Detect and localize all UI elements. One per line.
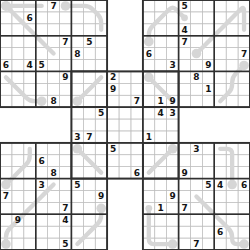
cell-r19-c16[interactable]: [179, 214, 191, 226]
cell-r3-c5[interactable]: [48, 24, 60, 36]
cell-r16-c9[interactable]: [95, 179, 107, 191]
cell-r2-c17[interactable]: [190, 12, 202, 24]
cell-r14-c9[interactable]: [95, 155, 107, 167]
cell-r9-c14[interactable]: 1: [155, 95, 167, 107]
cell-r11-c11[interactable]: [119, 119, 131, 131]
cell-r8-c10[interactable]: 9: [107, 83, 119, 95]
cell-r16-c6[interactable]: [60, 179, 72, 191]
cell-r9-c2[interactable]: [12, 95, 24, 107]
cell-r14-c6[interactable]: [60, 155, 72, 167]
cell-r1-c19[interactable]: [214, 0, 226, 12]
cell-r12-c15[interactable]: [167, 131, 179, 143]
cell-r15-c4[interactable]: [36, 167, 48, 179]
cell-r20-c21[interactable]: [238, 226, 250, 238]
cell-r12-c9[interactable]: [95, 131, 107, 143]
cell-r16-c15[interactable]: [167, 179, 179, 191]
cell-r20-c16[interactable]: [179, 226, 191, 238]
cell-r9-c8[interactable]: [83, 95, 95, 107]
cell-r6-c2[interactable]: [12, 60, 24, 72]
cell-r9-c11[interactable]: [119, 95, 131, 107]
cell-r13-c19[interactable]: [214, 143, 226, 155]
cell-r3-c4[interactable]: [36, 24, 48, 36]
cell-r4-c14[interactable]: [155, 36, 167, 48]
cell-r5-c3[interactable]: [24, 48, 36, 60]
cell-r7-c5[interactable]: [48, 71, 60, 83]
cell-r10-c14[interactable]: 4: [155, 107, 167, 119]
cell-r18-c9[interactable]: [95, 202, 107, 214]
cell-r15-c20[interactable]: [226, 167, 238, 179]
cell-r21-c15[interactable]: [167, 238, 179, 250]
cell-r10-c12[interactable]: [131, 107, 143, 119]
cell-r10-c9[interactable]: 5: [95, 107, 107, 119]
cell-r17-c1[interactable]: 7: [0, 190, 12, 202]
cell-r5-c16[interactable]: [179, 48, 191, 60]
cell-r13-c17[interactable]: 3: [190, 143, 202, 155]
cell-r15-c18[interactable]: [202, 167, 214, 179]
cell-r6-c20[interactable]: [226, 60, 238, 72]
cell-r16-c14[interactable]: [155, 179, 167, 191]
cell-r2-c15[interactable]: [167, 12, 179, 24]
cell-r8-c6[interactable]: [60, 83, 72, 95]
cell-r16-c8[interactable]: [83, 179, 95, 191]
cell-r17-c18[interactable]: [202, 190, 214, 202]
cell-r1-c8[interactable]: [83, 0, 95, 12]
cell-r18-c19[interactable]: [214, 202, 226, 214]
cell-r17-c17[interactable]: [190, 190, 202, 202]
cell-r17-c5[interactable]: [48, 190, 60, 202]
cell-r16-c20[interactable]: [226, 179, 238, 191]
cell-r2-c21[interactable]: [238, 12, 250, 24]
cell-r16-c7[interactable]: 5: [71, 179, 83, 191]
cell-r11-c10[interactable]: [107, 119, 119, 131]
cell-r15-c3[interactable]: [24, 167, 36, 179]
cell-r5-c5[interactable]: [48, 48, 60, 60]
cell-r21-c20[interactable]: [226, 238, 238, 250]
cell-r17-c3[interactable]: [24, 190, 36, 202]
cell-r16-c16[interactable]: [179, 179, 191, 191]
cell-r17-c15[interactable]: 9: [167, 190, 179, 202]
cell-r7-c11[interactable]: [119, 71, 131, 83]
cell-r1-c20[interactable]: [226, 0, 238, 12]
cell-r13-c18[interactable]: [202, 143, 214, 155]
cell-r3-c9[interactable]: [95, 24, 107, 36]
cell-r19-c21[interactable]: [238, 214, 250, 226]
cell-r6-c4[interactable]: 5: [36, 60, 48, 72]
cell-r13-c1[interactable]: [0, 143, 12, 155]
cell-r9-c13[interactable]: [143, 95, 155, 107]
cell-r17-c14[interactable]: [155, 190, 167, 202]
cell-r14-c19[interactable]: [214, 155, 226, 167]
cell-r15-c21[interactable]: [238, 167, 250, 179]
cell-r5-c14[interactable]: [155, 48, 167, 60]
cell-r2-c9[interactable]: [95, 12, 107, 24]
cell-r5-c20[interactable]: [226, 48, 238, 60]
cell-r5-c8[interactable]: [83, 48, 95, 60]
cell-r10-c7[interactable]: [71, 107, 83, 119]
cell-r6-c7[interactable]: [71, 60, 83, 72]
cell-r21-c16[interactable]: [179, 238, 191, 250]
cell-r1-c17[interactable]: [190, 0, 202, 12]
cell-r3-c7[interactable]: [71, 24, 83, 36]
cell-r8-c16[interactable]: [179, 83, 191, 95]
cell-r4-c6[interactable]: 7: [60, 36, 72, 48]
cell-r14-c11[interactable]: [119, 155, 131, 167]
cell-r8-c8[interactable]: [83, 83, 95, 95]
cell-r18-c16[interactable]: 7: [179, 202, 191, 214]
cell-r14-c3[interactable]: [24, 155, 36, 167]
cell-r21-c3[interactable]: [24, 238, 36, 250]
cell-r1-c21[interactable]: [238, 0, 250, 12]
cell-r7-c16[interactable]: [179, 71, 191, 83]
cell-r13-c4[interactable]: [36, 143, 48, 155]
cell-r19-c9[interactable]: [95, 214, 107, 226]
cell-r13-c11[interactable]: [119, 143, 131, 155]
cell-r15-c1[interactable]: [0, 167, 12, 179]
cell-r7-c18[interactable]: [202, 71, 214, 83]
cell-r4-c9[interactable]: [95, 36, 107, 48]
cell-r3-c21[interactable]: [238, 24, 250, 36]
cell-r15-c5[interactable]: 8: [48, 167, 60, 179]
cell-r4-c21[interactable]: [238, 36, 250, 48]
cell-r8-c14[interactable]: [155, 83, 167, 95]
cell-r12-c12[interactable]: [131, 131, 143, 143]
cell-r18-c6[interactable]: 7: [60, 202, 72, 214]
cell-r2-c7[interactable]: [71, 12, 83, 24]
cell-r6-c21[interactable]: [238, 60, 250, 72]
cell-r2-c3[interactable]: 6: [24, 12, 36, 24]
cell-r4-c4[interactable]: [36, 36, 48, 48]
cell-r20-c6[interactable]: [60, 226, 72, 238]
cell-r10-c8[interactable]: [83, 107, 95, 119]
cell-r18-c4[interactable]: [36, 202, 48, 214]
cell-r20-c20[interactable]: [226, 226, 238, 238]
cell-r4-c17[interactable]: [190, 36, 202, 48]
cell-r15-c16[interactable]: 9: [179, 167, 191, 179]
cell-r15-c10[interactable]: [107, 167, 119, 179]
cell-r7-c2[interactable]: [12, 71, 24, 83]
cell-r6-c3[interactable]: 4: [24, 60, 36, 72]
cell-r18-c18[interactable]: [202, 202, 214, 214]
cell-r6-c1[interactable]: 6: [0, 60, 12, 72]
cell-r15-c12[interactable]: 6: [131, 167, 143, 179]
cell-r14-c5[interactable]: [48, 155, 60, 167]
cell-r14-c20[interactable]: [226, 155, 238, 167]
cell-r10-c15[interactable]: 3: [167, 107, 179, 119]
cell-r5-c2[interactable]: [12, 48, 24, 60]
cell-r20-c8[interactable]: [83, 226, 95, 238]
cell-r7-c4[interactable]: [36, 71, 48, 83]
cell-r8-c20[interactable]: [226, 83, 238, 95]
cell-r8-c3[interactable]: [24, 83, 36, 95]
cell-r19-c13[interactable]: [143, 214, 155, 226]
cell-r19-c20[interactable]: [226, 214, 238, 226]
cell-r19-c6[interactable]: 4: [60, 214, 72, 226]
cell-r15-c17[interactable]: [190, 167, 202, 179]
cell-r14-c18[interactable]: [202, 155, 214, 167]
cell-r13-c16[interactable]: [179, 143, 191, 155]
cell-r16-c4[interactable]: 3: [36, 179, 48, 191]
cell-r13-c3[interactable]: [24, 143, 36, 155]
cell-r21-c8[interactable]: [83, 238, 95, 250]
cell-r7-c20[interactable]: [226, 71, 238, 83]
cell-r21-c2[interactable]: [12, 238, 24, 250]
cell-r18-c5[interactable]: [48, 202, 60, 214]
cell-r19-c4[interactable]: [36, 214, 48, 226]
cell-r17-c13[interactable]: [143, 190, 155, 202]
cell-r11-c14[interactable]: [155, 119, 167, 131]
cell-r14-c13[interactable]: [143, 155, 155, 167]
cell-r7-c8[interactable]: [83, 71, 95, 83]
cell-r4-c20[interactable]: [226, 36, 238, 48]
cell-r20-c1[interactable]: [0, 226, 12, 238]
cell-r2-c8[interactable]: [83, 12, 95, 24]
cell-r2-c2[interactable]: [12, 12, 24, 24]
cell-r19-c15[interactable]: [167, 214, 179, 226]
cell-r4-c15[interactable]: [167, 36, 179, 48]
cell-r15-c7[interactable]: [71, 167, 83, 179]
cell-r4-c7[interactable]: [71, 36, 83, 48]
cell-r5-c19[interactable]: [214, 48, 226, 60]
cell-r9-c18[interactable]: [202, 95, 214, 107]
cell-r6-c13[interactable]: [143, 60, 155, 72]
cell-r1-c4[interactable]: [36, 0, 48, 12]
cell-r9-c1[interactable]: [0, 95, 12, 107]
cell-r20-c7[interactable]: [71, 226, 83, 238]
cell-r9-c6[interactable]: [60, 95, 72, 107]
cell-r13-c10[interactable]: 5: [107, 143, 119, 155]
cell-r11-c15[interactable]: [167, 119, 179, 131]
cell-r5-c17[interactable]: [190, 48, 202, 60]
cell-r21-c18[interactable]: [202, 238, 214, 250]
cell-r14-c15[interactable]: [167, 155, 179, 167]
cell-r21-c5[interactable]: [48, 238, 60, 250]
cell-r18-c3[interactable]: [24, 202, 36, 214]
cell-r20-c9[interactable]: [95, 226, 107, 238]
cell-r21-c1[interactable]: [0, 238, 12, 250]
cell-r17-c16[interactable]: [179, 190, 191, 202]
cell-r3-c2[interactable]: [12, 24, 24, 36]
cell-r20-c4[interactable]: [36, 226, 48, 238]
cell-r1-c18[interactable]: [202, 0, 214, 12]
cell-r8-c11[interactable]: [119, 83, 131, 95]
cell-r4-c8[interactable]: 5: [83, 36, 95, 48]
cell-r4-c3[interactable]: [24, 36, 36, 48]
cell-r5-c15[interactable]: [167, 48, 179, 60]
cell-r16-c21[interactable]: 6: [238, 179, 250, 191]
cell-r19-c1[interactable]: [0, 214, 12, 226]
cell-r15-c15[interactable]: [167, 167, 179, 179]
cell-r9-c7[interactable]: [71, 95, 83, 107]
cell-r17-c7[interactable]: [71, 190, 83, 202]
cell-r5-c7[interactable]: 8: [71, 48, 83, 60]
cell-r13-c5[interactable]: [48, 143, 60, 155]
cell-r9-c19[interactable]: [214, 95, 226, 107]
cell-r6-c14[interactable]: [155, 60, 167, 72]
cell-r21-c9[interactable]: [95, 238, 107, 250]
cell-r1-c6[interactable]: [60, 0, 72, 12]
cell-r4-c19[interactable]: [214, 36, 226, 48]
cell-r14-c8[interactable]: [83, 155, 95, 167]
cell-r19-c18[interactable]: [202, 214, 214, 226]
cell-r17-c2[interactable]: [12, 190, 24, 202]
cell-r17-c6[interactable]: [60, 190, 72, 202]
cell-r11-c13[interactable]: [143, 119, 155, 131]
cell-r13-c13[interactable]: [143, 143, 155, 155]
cell-r17-c8[interactable]: [83, 190, 95, 202]
cell-r4-c5[interactable]: [48, 36, 60, 48]
cell-r16-c13[interactable]: [143, 179, 155, 191]
cell-r19-c5[interactable]: [48, 214, 60, 226]
cell-r19-c17[interactable]: [190, 214, 202, 226]
cell-r20-c15[interactable]: [167, 226, 179, 238]
cell-r7-c13[interactable]: [143, 71, 155, 83]
cell-r1-c7[interactable]: [71, 0, 83, 12]
cell-r13-c7[interactable]: [71, 143, 83, 155]
cell-r7-c21[interactable]: [238, 71, 250, 83]
cell-r7-c15[interactable]: [167, 71, 179, 83]
cell-r13-c2[interactable]: [12, 143, 24, 155]
cell-r7-c3[interactable]: [24, 71, 36, 83]
cell-r3-c17[interactable]: [190, 24, 202, 36]
cell-r3-c16[interactable]: 4: [179, 24, 191, 36]
cell-r17-c20[interactable]: [226, 190, 238, 202]
cell-r11-c8[interactable]: [83, 119, 95, 131]
cell-r1-c2[interactable]: [12, 0, 24, 12]
cell-r4-c16[interactable]: 7: [179, 36, 191, 48]
cell-r18-c17[interactable]: [190, 202, 202, 214]
cell-r18-c2[interactable]: [12, 202, 24, 214]
cell-r6-c19[interactable]: [214, 60, 226, 72]
cell-r10-c10[interactable]: [107, 107, 119, 119]
cell-r5-c21[interactable]: 7: [238, 48, 250, 60]
cell-r16-c2[interactable]: [12, 179, 24, 191]
cell-r13-c9[interactable]: [95, 143, 107, 155]
cell-r1-c9[interactable]: [95, 0, 107, 12]
cell-r14-c21[interactable]: [238, 155, 250, 167]
cell-r6-c18[interactable]: 9: [202, 60, 214, 72]
cell-r2-c19[interactable]: [214, 12, 226, 24]
cell-r5-c18[interactable]: [202, 48, 214, 60]
cell-r4-c1[interactable]: [0, 36, 12, 48]
cell-r1-c1[interactable]: [0, 0, 12, 12]
cell-r19-c19[interactable]: [214, 214, 226, 226]
cell-r1-c3[interactable]: [24, 0, 36, 12]
cell-r9-c15[interactable]: 9: [167, 95, 179, 107]
cell-r3-c20[interactable]: [226, 24, 238, 36]
cell-r15-c11[interactable]: [119, 167, 131, 179]
cell-r7-c1[interactable]: [0, 71, 12, 83]
cell-r14-c16[interactable]: [179, 155, 191, 167]
cell-r13-c12[interactable]: [131, 143, 143, 155]
cell-r1-c16[interactable]: 5: [179, 0, 191, 12]
cell-r15-c6[interactable]: [60, 167, 72, 179]
cell-r8-c21[interactable]: [238, 83, 250, 95]
cell-r3-c19[interactable]: [214, 24, 226, 36]
cell-r9-c17[interactable]: [190, 95, 202, 107]
cell-r8-c15[interactable]: [167, 83, 179, 95]
cell-r15-c14[interactable]: [155, 167, 167, 179]
cell-r7-c12[interactable]: [131, 71, 143, 83]
cell-r21-c19[interactable]: [214, 238, 226, 250]
cell-r14-c12[interactable]: [131, 155, 143, 167]
cell-r16-c1[interactable]: [0, 179, 12, 191]
cell-r1-c13[interactable]: [143, 0, 155, 12]
cell-r18-c14[interactable]: 1: [155, 202, 167, 214]
cell-r8-c1[interactable]: [0, 83, 12, 95]
cell-r6-c9[interactable]: [95, 60, 107, 72]
cell-r6-c17[interactable]: [190, 60, 202, 72]
cell-r8-c5[interactable]: [48, 83, 60, 95]
cell-r9-c9[interactable]: [95, 95, 107, 107]
cell-r2-c13[interactable]: [143, 12, 155, 24]
cell-r12-c8[interactable]: 7: [83, 131, 95, 143]
cell-r8-c4[interactable]: [36, 83, 48, 95]
cell-r21-c7[interactable]: [71, 238, 83, 250]
cell-r12-c10[interactable]: [107, 131, 119, 143]
cell-r21-c17[interactable]: 7: [190, 238, 202, 250]
cell-r8-c17[interactable]: [190, 83, 202, 95]
cell-r21-c13[interactable]: [143, 238, 155, 250]
cell-r13-c15[interactable]: [167, 143, 179, 155]
cell-r7-c6[interactable]: 9: [60, 71, 72, 83]
cell-r21-c6[interactable]: 5: [60, 238, 72, 250]
cell-r8-c7[interactable]: [71, 83, 83, 95]
cell-r1-c5[interactable]: 7: [48, 0, 60, 12]
cell-r14-c1[interactable]: [0, 155, 12, 167]
cell-r6-c6[interactable]: [60, 60, 72, 72]
cell-r11-c9[interactable]: [95, 119, 107, 131]
cell-r18-c13[interactable]: [143, 202, 155, 214]
cell-r18-c21[interactable]: [238, 202, 250, 214]
cell-r13-c8[interactable]: [83, 143, 95, 155]
cell-r6-c15[interactable]: 3: [167, 60, 179, 72]
cell-r12-c13[interactable]: 1: [143, 131, 155, 143]
cell-r12-c7[interactable]: 3: [71, 131, 83, 143]
cell-r17-c21[interactable]: [238, 190, 250, 202]
cell-r6-c16[interactable]: [179, 60, 191, 72]
cell-r13-c14[interactable]: [155, 143, 167, 155]
cell-r20-c18[interactable]: [202, 226, 214, 238]
cell-r2-c6[interactable]: [60, 12, 72, 24]
cell-r18-c8[interactable]: [83, 202, 95, 214]
cell-r19-c7[interactable]: [71, 214, 83, 226]
cell-r8-c2[interactable]: [12, 83, 24, 95]
cell-r21-c21[interactable]: [238, 238, 250, 250]
cell-r3-c18[interactable]: [202, 24, 214, 36]
cell-r16-c17[interactable]: [190, 179, 202, 191]
cell-r3-c8[interactable]: [83, 24, 95, 36]
cell-r3-c15[interactable]: [167, 24, 179, 36]
cell-r16-c19[interactable]: 4: [214, 179, 226, 191]
cell-r20-c17[interactable]: [190, 226, 202, 238]
cell-r6-c8[interactable]: [83, 60, 95, 72]
cell-r14-c10[interactable]: [107, 155, 119, 167]
cell-r7-c14[interactable]: [155, 71, 167, 83]
cell-r9-c10[interactable]: [107, 95, 119, 107]
cell-r13-c21[interactable]: [238, 143, 250, 155]
cell-r21-c14[interactable]: [155, 238, 167, 250]
cell-r7-c19[interactable]: [214, 71, 226, 83]
cell-r9-c4[interactable]: [36, 95, 48, 107]
cell-r7-c7[interactable]: [71, 71, 83, 83]
cell-r2-c5[interactable]: [48, 12, 60, 24]
cell-r18-c20[interactable]: [226, 202, 238, 214]
cell-r9-c16[interactable]: [179, 95, 191, 107]
cell-r12-c14[interactable]: [155, 131, 167, 143]
cell-r19-c14[interactable]: [155, 214, 167, 226]
cell-r12-c11[interactable]: [119, 131, 131, 143]
cell-r7-c17[interactable]: 8: [190, 71, 202, 83]
